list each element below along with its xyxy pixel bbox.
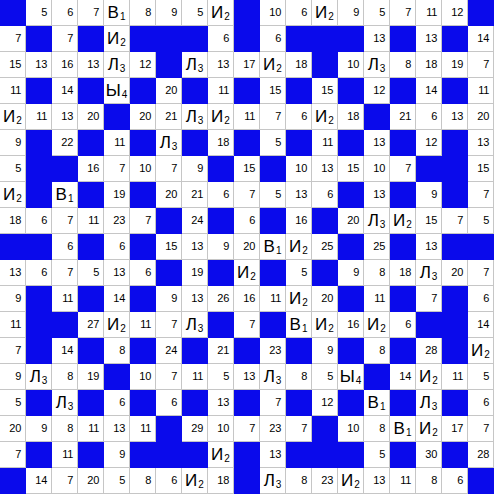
- number-cell[interactable]: 6: [468, 286, 494, 312]
- number-cell[interactable]: 24: [182, 208, 208, 234]
- number-cell[interactable]: 20: [156, 78, 182, 104]
- number-cell[interactable]: 7: [0, 26, 26, 52]
- number-cell[interactable]: 23: [312, 468, 338, 494]
- number-cell[interactable]: 19: [442, 52, 468, 78]
- blocked-cell: [78, 442, 104, 468]
- number-cell[interactable]: 5: [78, 260, 104, 286]
- number-cell[interactable]: 7: [390, 156, 416, 182]
- number-cell[interactable]: 18: [208, 130, 234, 156]
- number-cell[interactable]: 18: [338, 104, 364, 130]
- number-cell[interactable]: 15: [338, 156, 364, 182]
- number-cell[interactable]: 14: [390, 364, 416, 390]
- number-cell[interactable]: 6: [130, 260, 156, 286]
- number-cell[interactable]: 29: [182, 416, 208, 442]
- number-cell[interactable]: 7: [52, 260, 78, 286]
- hint-letter-code: 3: [380, 64, 386, 74]
- number-cell[interactable]: 15: [156, 234, 182, 260]
- number-cell[interactable]: 28: [468, 442, 494, 468]
- hint-letter: Ы: [340, 368, 355, 385]
- number-cell[interactable]: 5: [26, 0, 52, 26]
- number-cell[interactable]: 14: [468, 312, 494, 338]
- cell-code-number: 7: [390, 7, 415, 18]
- number-cell[interactable]: 24: [156, 338, 182, 364]
- number-cell[interactable]: 18: [0, 208, 26, 234]
- number-cell[interactable]: 5: [260, 130, 286, 156]
- number-cell[interactable]: 9: [208, 234, 234, 260]
- number-cell[interactable]: 10: [260, 0, 286, 26]
- number-cell[interactable]: 7: [52, 468, 78, 494]
- blocked-cell: [312, 416, 338, 442]
- number-cell[interactable]: 10: [364, 156, 390, 182]
- cell-code-number: 13: [312, 163, 337, 174]
- number-cell[interactable]: 7: [78, 0, 104, 26]
- number-cell[interactable]: 5: [364, 442, 390, 468]
- hint-letter-code: 1: [406, 428, 412, 438]
- number-cell[interactable]: 7: [52, 26, 78, 52]
- cell-code-number: 11: [130, 423, 155, 434]
- number-cell[interactable]: 7: [234, 312, 260, 338]
- number-cell[interactable]: 20: [156, 182, 182, 208]
- number-cell[interactable]: 11: [0, 312, 26, 338]
- number-cell[interactable]: 7: [156, 364, 182, 390]
- number-cell[interactable]: 6: [234, 208, 260, 234]
- number-cell[interactable]: 6: [286, 104, 312, 130]
- number-cell[interactable]: 13: [260, 442, 286, 468]
- cell-code-number: 6: [208, 189, 233, 200]
- number-cell[interactable]: 10: [338, 52, 364, 78]
- blocked-cell: [390, 26, 416, 52]
- number-cell[interactable]: 13: [364, 26, 390, 52]
- number-cell[interactable]: 7: [468, 260, 494, 286]
- number-cell[interactable]: 11: [0, 78, 26, 104]
- cell-code-number: 13: [104, 267, 129, 278]
- number-cell[interactable]: 15: [0, 52, 26, 78]
- cell-code-number: 5: [286, 267, 311, 278]
- blocked-cell: [78, 78, 104, 104]
- number-cell[interactable]: 11: [78, 416, 104, 442]
- number-cell[interactable]: 9: [182, 156, 208, 182]
- number-cell[interactable]: 9: [0, 286, 26, 312]
- cell-code-number: 11: [0, 85, 25, 96]
- number-cell[interactable]: 6: [416, 104, 442, 130]
- number-cell[interactable]: 11: [442, 364, 468, 390]
- number-cell[interactable]: 5: [364, 0, 390, 26]
- cell-code-number: 7: [156, 371, 181, 382]
- cell-code-number: 15: [156, 241, 181, 252]
- number-cell[interactable]: 6: [442, 468, 468, 494]
- number-cell[interactable]: 10: [130, 156, 156, 182]
- number-cell[interactable]: 5: [468, 208, 494, 234]
- blocked-cell: [78, 234, 104, 260]
- cell-code-number: 25: [312, 241, 337, 252]
- cell-code-number: 15: [234, 163, 259, 174]
- number-cell[interactable]: 6: [390, 312, 416, 338]
- cell-code-number: 8: [130, 475, 155, 486]
- cell-code-number: 16: [338, 319, 363, 330]
- number-cell[interactable]: 30: [416, 442, 442, 468]
- number-cell[interactable]: 8: [130, 468, 156, 494]
- number-cell[interactable]: 13: [26, 52, 52, 78]
- number-cell[interactable]: 6: [260, 26, 286, 52]
- number-cell[interactable]: 8: [416, 468, 442, 494]
- number-cell[interactable]: 6: [26, 208, 52, 234]
- number-cell[interactable]: 13: [208, 390, 234, 416]
- blocked-cell: [468, 234, 494, 260]
- number-cell[interactable]: 11: [208, 78, 234, 104]
- number-cell[interactable]: 14: [26, 468, 52, 494]
- cell-code-number: 20: [156, 189, 181, 200]
- letter-hint-cell: И2: [0, 104, 26, 130]
- blocked-cell: [260, 312, 286, 338]
- number-cell[interactable]: 10: [286, 156, 312, 182]
- hint-letter: И: [341, 472, 353, 489]
- number-cell[interactable]: 11: [364, 286, 390, 312]
- number-cell[interactable]: 16: [286, 208, 312, 234]
- number-cell[interactable]: 25: [312, 234, 338, 260]
- hint-letter-code: 2: [302, 246, 308, 256]
- blocked-cell: [442, 390, 468, 416]
- number-cell[interactable]: 19: [104, 182, 130, 208]
- number-cell[interactable]: 11: [130, 416, 156, 442]
- cell-code-number: 27: [78, 319, 103, 330]
- number-cell[interactable]: 5: [182, 0, 208, 26]
- cell-code-number: 7: [104, 163, 129, 174]
- number-cell[interactable]: 27: [78, 312, 104, 338]
- number-cell[interactable]: 9: [156, 0, 182, 26]
- number-cell[interactable]: 11: [390, 468, 416, 494]
- number-cell[interactable]: 14: [416, 78, 442, 104]
- number-cell[interactable]: 8: [52, 416, 78, 442]
- number-cell[interactable]: 13: [416, 234, 442, 260]
- number-cell[interactable]: 11: [182, 364, 208, 390]
- hint-letter: В: [264, 238, 275, 255]
- hint-letter-code: 2: [328, 324, 334, 334]
- number-cell[interactable]: 7: [390, 0, 416, 26]
- number-cell[interactable]: 23: [260, 416, 286, 442]
- number-cell[interactable]: 13: [104, 416, 130, 442]
- hint-letter: И: [263, 56, 275, 73]
- number-cell[interactable]: 6: [468, 390, 494, 416]
- number-cell[interactable]: 18: [286, 52, 312, 78]
- number-cell[interactable]: 8: [104, 338, 130, 364]
- hint-letter: Ы: [106, 82, 121, 99]
- cell-code-number: 8: [130, 7, 155, 18]
- number-cell[interactable]: 8: [130, 0, 156, 26]
- cell-code-number: 7: [468, 267, 493, 278]
- number-cell[interactable]: 18: [416, 52, 442, 78]
- cell-code-number: 6: [104, 397, 129, 408]
- number-cell[interactable]: 5: [312, 364, 338, 390]
- hint-letter-code: 1: [68, 194, 74, 204]
- number-cell[interactable]: 15: [234, 156, 260, 182]
- hint-letter: Л: [30, 368, 41, 385]
- cell-code-number: 10: [130, 163, 155, 174]
- number-cell[interactable]: 6: [104, 390, 130, 416]
- number-cell[interactable]: 9: [0, 364, 26, 390]
- cell-code-number: 16: [286, 215, 311, 226]
- cell-code-number: 13: [26, 59, 51, 70]
- hint-letter: И: [3, 108, 15, 125]
- number-cell[interactable]: 11: [52, 286, 78, 312]
- number-cell[interactable]: 12: [416, 130, 442, 156]
- hint-letter: В: [394, 420, 405, 437]
- number-cell[interactable]: 20: [312, 286, 338, 312]
- number-cell[interactable]: 26: [208, 286, 234, 312]
- letter-hint-cell: Л3: [26, 364, 52, 390]
- number-cell[interactable]: 6: [312, 182, 338, 208]
- number-cell[interactable]: 15: [260, 78, 286, 104]
- cell-code-number: 7: [234, 319, 259, 330]
- number-cell[interactable]: 7: [260, 390, 286, 416]
- number-cell[interactable]: 10: [130, 364, 156, 390]
- number-cell[interactable]: 6: [52, 0, 78, 26]
- number-cell[interactable]: 7: [234, 182, 260, 208]
- number-cell[interactable]: 19: [182, 260, 208, 286]
- number-cell[interactable]: 14: [468, 26, 494, 52]
- blocked-cell: [52, 312, 78, 338]
- number-cell[interactable]: 21: [208, 338, 234, 364]
- number-cell[interactable]: 13: [182, 286, 208, 312]
- number-cell[interactable]: 12: [364, 78, 390, 104]
- number-cell[interactable]: 11: [416, 0, 442, 26]
- number-cell[interactable]: 16: [78, 156, 104, 182]
- cell-code-number: 9: [338, 267, 363, 278]
- cell-code-number: 28: [416, 345, 441, 356]
- cell-code-number: 13: [364, 189, 389, 200]
- cell-code-number: 6: [52, 241, 77, 252]
- number-cell[interactable]: 6: [104, 234, 130, 260]
- number-cell[interactable]: 12: [130, 52, 156, 78]
- cell-code-number: 7: [52, 33, 77, 44]
- number-cell[interactable]: 12: [312, 390, 338, 416]
- number-cell[interactable]: 13: [442, 104, 468, 130]
- number-cell[interactable]: 6: [286, 0, 312, 26]
- number-cell[interactable]: 10: [208, 416, 234, 442]
- cell-code-number: 11: [208, 85, 233, 96]
- number-cell[interactable]: 7: [286, 416, 312, 442]
- number-cell[interactable]: 7: [156, 312, 182, 338]
- number-cell[interactable]: 7: [52, 208, 78, 234]
- number-cell[interactable]: 7: [442, 208, 468, 234]
- number-cell[interactable]: 20: [468, 104, 494, 130]
- hint-letter: И: [211, 4, 223, 21]
- blocked-cell: [338, 234, 364, 260]
- cell-code-number: 20: [468, 111, 493, 122]
- number-cell[interactable]: 22: [52, 130, 78, 156]
- number-cell[interactable]: 18: [208, 468, 234, 494]
- number-cell[interactable]: 16: [52, 52, 78, 78]
- number-cell[interactable]: 16: [234, 286, 260, 312]
- hint-letter: И: [107, 316, 119, 333]
- hint-letter: Л: [264, 368, 275, 385]
- blocked-cell: [442, 338, 468, 364]
- number-cell[interactable]: 5: [104, 468, 130, 494]
- number-cell[interactable]: 9: [312, 338, 338, 364]
- number-cell[interactable]: 9: [0, 130, 26, 156]
- cell-code-number: 5: [364, 449, 389, 460]
- number-cell[interactable]: 9: [338, 260, 364, 286]
- number-cell[interactable]: 13: [364, 130, 390, 156]
- number-cell[interactable]: 14: [104, 286, 130, 312]
- number-cell[interactable]: 9: [338, 0, 364, 26]
- number-cell[interactable]: 9: [156, 286, 182, 312]
- number-cell[interactable]: 14: [52, 78, 78, 104]
- number-cell[interactable]: 7: [468, 52, 494, 78]
- number-cell[interactable]: 12: [442, 0, 468, 26]
- number-cell[interactable]: 11: [26, 104, 52, 130]
- hint-letter-code: 3: [276, 376, 282, 386]
- number-cell[interactable]: 15: [468, 156, 494, 182]
- cell-code-number: 7: [234, 423, 259, 434]
- letter-hint-cell: И2: [182, 468, 208, 494]
- number-cell[interactable]: 5: [260, 182, 286, 208]
- blocked-cell: [182, 78, 208, 104]
- number-cell[interactable]: 6: [208, 26, 234, 52]
- number-cell[interactable]: 7: [156, 156, 182, 182]
- cell-code-number: 15: [260, 85, 285, 96]
- blocked-cell: [312, 442, 338, 468]
- blocked-cell: [286, 442, 312, 468]
- number-cell[interactable]: 17: [442, 416, 468, 442]
- number-cell[interactable]: 13: [364, 182, 390, 208]
- number-cell[interactable]: 20: [78, 468, 104, 494]
- number-cell[interactable]: 6: [208, 182, 234, 208]
- number-cell[interactable]: 20: [234, 234, 260, 260]
- number-cell[interactable]: 7: [468, 182, 494, 208]
- number-cell[interactable]: 11: [468, 78, 494, 104]
- cell-code-number: 7: [416, 293, 441, 304]
- blocked-cell: [0, 468, 26, 494]
- number-cell[interactable]: 13: [312, 156, 338, 182]
- number-cell[interactable]: 5: [468, 364, 494, 390]
- number-cell[interactable]: 21: [156, 104, 182, 130]
- number-cell[interactable]: 11: [234, 104, 260, 130]
- hint-letter: И: [315, 316, 327, 333]
- number-cell[interactable]: 18: [390, 260, 416, 286]
- number-cell[interactable]: 21: [390, 104, 416, 130]
- number-cell[interactable]: 11: [130, 312, 156, 338]
- number-cell[interactable]: 9: [416, 182, 442, 208]
- blocked-cell: [442, 312, 468, 338]
- number-cell[interactable]: 13: [468, 130, 494, 156]
- number-cell[interactable]: 9: [104, 442, 130, 468]
- number-cell[interactable]: 11: [260, 286, 286, 312]
- number-cell[interactable]: 14: [52, 338, 78, 364]
- number-cell[interactable]: 7: [260, 104, 286, 130]
- number-cell[interactable]: 16: [338, 312, 364, 338]
- blocked-cell: [182, 390, 208, 416]
- number-cell[interactable]: 8: [286, 468, 312, 494]
- number-cell[interactable]: 13: [182, 234, 208, 260]
- number-cell[interactable]: 11: [104, 130, 130, 156]
- cell-code-number: 5: [208, 371, 233, 382]
- number-cell[interactable]: 11: [78, 208, 104, 234]
- hint-letter: И: [211, 446, 223, 463]
- number-cell[interactable]: 21: [182, 182, 208, 208]
- number-cell[interactable]: 7: [234, 416, 260, 442]
- blocked-cell: [390, 130, 416, 156]
- number-cell[interactable]: 11: [312, 130, 338, 156]
- cell-code-number: 20: [338, 215, 363, 226]
- number-cell[interactable]: 7: [468, 416, 494, 442]
- cell-code-number: 20: [130, 111, 155, 122]
- hint-letter: И: [289, 290, 301, 307]
- cell-code-number: 7: [260, 397, 285, 408]
- number-cell[interactable]: 13: [234, 364, 260, 390]
- cell-code-number: 11: [182, 371, 207, 382]
- number-cell[interactable]: 13: [78, 52, 104, 78]
- number-cell[interactable]: 25: [364, 234, 390, 260]
- number-cell[interactable]: 7: [416, 286, 442, 312]
- number-cell[interactable]: 15: [416, 208, 442, 234]
- letter-hint-cell: И2: [260, 52, 286, 78]
- number-cell[interactable]: 8: [286, 364, 312, 390]
- cell-code-number: 13: [364, 33, 389, 44]
- hint-letter-code: 2: [484, 350, 490, 360]
- number-cell[interactable]: 5: [208, 364, 234, 390]
- cell-code-number: 8: [52, 423, 77, 434]
- blocked-cell: [364, 364, 390, 390]
- number-cell[interactable]: 28: [416, 338, 442, 364]
- number-cell[interactable]: 10: [338, 416, 364, 442]
- blocked-cell: [0, 234, 26, 260]
- letter-hint-cell: Л3: [182, 52, 208, 78]
- number-cell[interactable]: 6: [156, 468, 182, 494]
- number-cell[interactable]: 5: [286, 260, 312, 286]
- blocked-cell: [130, 182, 156, 208]
- number-cell[interactable]: 5: [0, 156, 26, 182]
- cell-code-number: 9: [182, 163, 207, 174]
- number-cell[interactable]: 19: [78, 364, 104, 390]
- number-cell[interactable]: 8: [390, 52, 416, 78]
- hint-letter: Л: [264, 472, 275, 489]
- number-cell[interactable]: 13: [364, 468, 390, 494]
- cell-code-number: 10: [364, 163, 389, 174]
- number-cell[interactable]: 20: [78, 104, 104, 130]
- number-cell[interactable]: 13: [104, 260, 130, 286]
- number-cell[interactable]: 8: [52, 364, 78, 390]
- number-cell[interactable]: 9: [26, 416, 52, 442]
- number-cell[interactable]: 7: [130, 208, 156, 234]
- number-cell[interactable]: 6: [156, 390, 182, 416]
- number-cell[interactable]: 23: [260, 338, 286, 364]
- number-cell[interactable]: 20: [338, 208, 364, 234]
- number-cell[interactable]: 7: [0, 442, 26, 468]
- number-cell[interactable]: 8: [364, 416, 390, 442]
- hint-letter-code: 3: [380, 220, 386, 230]
- number-cell[interactable]: 7: [104, 156, 130, 182]
- number-cell[interactable]: 8: [364, 260, 390, 286]
- number-cell[interactable]: 20: [130, 104, 156, 130]
- number-cell[interactable]: 13: [0, 260, 26, 286]
- number-cell[interactable]: 20: [0, 416, 26, 442]
- number-cell[interactable]: 11: [52, 442, 78, 468]
- number-cell[interactable]: 7: [0, 338, 26, 364]
- number-cell[interactable]: 13: [286, 182, 312, 208]
- number-cell[interactable]: 17: [234, 52, 260, 78]
- number-cell[interactable]: 15: [312, 78, 338, 104]
- number-cell[interactable]: 13: [52, 104, 78, 130]
- number-cell[interactable]: 13: [208, 52, 234, 78]
- blocked-cell: [26, 442, 52, 468]
- number-cell[interactable]: 5: [0, 390, 26, 416]
- number-cell[interactable]: 20: [442, 260, 468, 286]
- number-cell[interactable]: 6: [52, 234, 78, 260]
- number-cell[interactable]: 13: [416, 26, 442, 52]
- number-cell[interactable]: 6: [26, 260, 52, 286]
- number-cell[interactable]: 8: [364, 338, 390, 364]
- number-cell[interactable]: 23: [104, 208, 130, 234]
